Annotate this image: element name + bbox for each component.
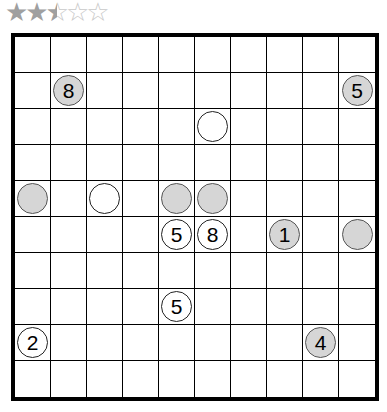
cell-r1c5[interactable] (195, 73, 231, 109)
cell-r6c7[interactable] (267, 253, 303, 289)
cell-r5c0[interactable] (15, 217, 51, 253)
cell-r6c9[interactable] (339, 253, 375, 289)
puzzle-board-grid: 85581524 (11, 33, 379, 401)
cell-r1c4[interactable] (159, 73, 195, 109)
cell-r0c5[interactable] (195, 37, 231, 73)
cell-r9c6[interactable] (231, 361, 267, 397)
cell-r3c2[interactable] (87, 145, 123, 181)
cell-r5c7[interactable]: 1 (267, 217, 303, 253)
cell-r1c0[interactable] (15, 73, 51, 109)
cell-r7c4[interactable]: 5 (159, 289, 195, 325)
cell-r3c4[interactable] (159, 145, 195, 181)
cell-r9c3[interactable] (123, 361, 159, 397)
star-outline-icon: ☆ (66, 0, 86, 27)
gray-circle (197, 183, 228, 214)
star-filled-icon: ★ (25, 0, 45, 27)
gray-circle-clue-1: 1 (269, 219, 300, 250)
cell-r2c1[interactable] (51, 109, 87, 145)
clue-number: 2 (27, 332, 39, 353)
cell-r9c4[interactable] (159, 361, 195, 397)
cell-r4c8[interactable] (303, 181, 339, 217)
cell-r7c1[interactable] (51, 289, 87, 325)
cell-r1c2[interactable] (87, 73, 123, 109)
clue-number: 5 (171, 296, 183, 317)
clue-number: 1 (279, 224, 291, 245)
cell-r6c0[interactable] (15, 253, 51, 289)
cell-r8c9[interactable] (339, 325, 375, 361)
cell-r3c5[interactable] (195, 145, 231, 181)
cell-r0c9[interactable] (339, 37, 375, 73)
cell-r1c6[interactable] (231, 73, 267, 109)
puzzle-page: ★★☆★☆☆ 85581524 (0, 0, 387, 412)
cell-r1c8[interactable] (303, 73, 339, 109)
cell-r0c3[interactable] (123, 37, 159, 73)
cell-r2c5[interactable] (195, 109, 231, 145)
cell-r2c6[interactable] (231, 109, 267, 145)
cell-r0c6[interactable] (231, 37, 267, 73)
gray-circle-clue-4: 4 (305, 327, 336, 358)
cell-r1c7[interactable] (267, 73, 303, 109)
cell-r2c2[interactable] (87, 109, 123, 145)
cell-r3c1[interactable] (51, 145, 87, 181)
cell-r0c8[interactable] (303, 37, 339, 73)
cell-r9c7[interactable] (267, 361, 303, 397)
gray-circle (161, 183, 192, 214)
cell-r4c3[interactable] (123, 181, 159, 217)
cell-r7c5[interactable] (195, 289, 231, 325)
cell-r4c2[interactable] (87, 181, 123, 217)
cell-r8c6[interactable] (231, 325, 267, 361)
cell-r6c8[interactable] (303, 253, 339, 289)
cell-r7c8[interactable] (303, 289, 339, 325)
cell-r3c0[interactable] (15, 145, 51, 181)
cell-r8c0[interactable]: 2 (15, 325, 51, 361)
cell-r5c8[interactable] (303, 217, 339, 253)
cell-r4c7[interactable] (267, 181, 303, 217)
cell-r3c3[interactable] (123, 145, 159, 181)
gray-circle (342, 219, 373, 250)
cell-r4c0[interactable] (15, 181, 51, 217)
cell-r6c3[interactable] (123, 253, 159, 289)
gray-circle (17, 183, 48, 214)
white-circle (89, 183, 120, 214)
cell-r6c6[interactable] (231, 253, 267, 289)
clue-number: 8 (207, 224, 219, 245)
cell-r1c1[interactable]: 8 (51, 73, 87, 109)
white-circle-clue-5: 5 (161, 291, 192, 322)
cell-r1c9[interactable]: 5 (339, 73, 375, 109)
cell-r8c7[interactable] (267, 325, 303, 361)
clue-number: 8 (63, 80, 75, 101)
cell-r2c8[interactable] (303, 109, 339, 145)
cell-r4c9[interactable] (339, 181, 375, 217)
cell-r7c9[interactable] (339, 289, 375, 325)
cell-r8c5[interactable] (195, 325, 231, 361)
cell-r7c7[interactable] (267, 289, 303, 325)
cell-r5c5[interactable]: 8 (195, 217, 231, 253)
clue-number: 4 (315, 332, 327, 353)
cell-r7c2[interactable] (87, 289, 123, 325)
cell-r4c5[interactable] (195, 181, 231, 217)
cell-r0c7[interactable] (267, 37, 303, 73)
cell-r5c9[interactable] (339, 217, 375, 253)
cell-r9c1[interactable] (51, 361, 87, 397)
difficulty-rating: ★★☆★☆☆ (5, 0, 107, 27)
cell-r9c2[interactable] (87, 361, 123, 397)
star-outline-icon: ☆ (86, 0, 106, 27)
cell-r7c0[interactable] (15, 289, 51, 325)
cell-r2c0[interactable] (15, 109, 51, 145)
cell-r5c3[interactable] (123, 217, 159, 253)
white-circle-clue-5: 5 (161, 219, 192, 250)
cell-r8c3[interactable] (123, 325, 159, 361)
cell-r6c1[interactable] (51, 253, 87, 289)
cell-r8c8[interactable]: 4 (303, 325, 339, 361)
cell-r4c6[interactable] (231, 181, 267, 217)
cell-r2c4[interactable] (159, 109, 195, 145)
gray-circle-clue-8: 8 (53, 75, 84, 106)
clue-number: 5 (171, 224, 183, 245)
cell-r9c9[interactable] (339, 361, 375, 397)
cell-r0c4[interactable] (159, 37, 195, 73)
cell-r8c2[interactable] (87, 325, 123, 361)
cell-r9c0[interactable] (15, 361, 51, 397)
cell-r0c2[interactable] (87, 37, 123, 73)
cell-r2c7[interactable] (267, 109, 303, 145)
cell-r6c2[interactable] (87, 253, 123, 289)
cell-r5c2[interactable] (87, 217, 123, 253)
white-circle (197, 111, 228, 142)
star-filled-icon: ★ (5, 0, 25, 27)
star-half-icon: ☆★ (46, 0, 66, 27)
cell-r7c3[interactable] (123, 289, 159, 325)
cell-r3c6[interactable] (231, 145, 267, 181)
cell-r1c3[interactable] (123, 73, 159, 109)
cell-r5c4[interactable]: 5 (159, 217, 195, 253)
cell-r3c7[interactable] (267, 145, 303, 181)
white-circle-clue-8: 8 (197, 219, 228, 250)
cell-r4c4[interactable] (159, 181, 195, 217)
clue-number: 5 (351, 80, 363, 101)
cell-r0c1[interactable] (51, 37, 87, 73)
cell-r3c9[interactable] (339, 145, 375, 181)
cell-r6c4[interactable] (159, 253, 195, 289)
cell-r8c4[interactable] (159, 325, 195, 361)
cell-r6c5[interactable] (195, 253, 231, 289)
white-circle-clue-2: 2 (17, 327, 48, 358)
cell-r8c1[interactable] (51, 325, 87, 361)
gray-circle-clue-5: 5 (342, 75, 373, 106)
cell-r0c0[interactable] (15, 37, 51, 73)
cell-r2c9[interactable] (339, 109, 375, 145)
cell-r9c5[interactable] (195, 361, 231, 397)
cell-r2c3[interactable] (123, 109, 159, 145)
cell-r5c6[interactable] (231, 217, 267, 253)
cell-r3c8[interactable] (303, 145, 339, 181)
cell-r7c6[interactable] (231, 289, 267, 325)
cell-r5c1[interactable] (51, 217, 87, 253)
cell-r9c8[interactable] (303, 361, 339, 397)
cell-r4c1[interactable] (51, 181, 87, 217)
